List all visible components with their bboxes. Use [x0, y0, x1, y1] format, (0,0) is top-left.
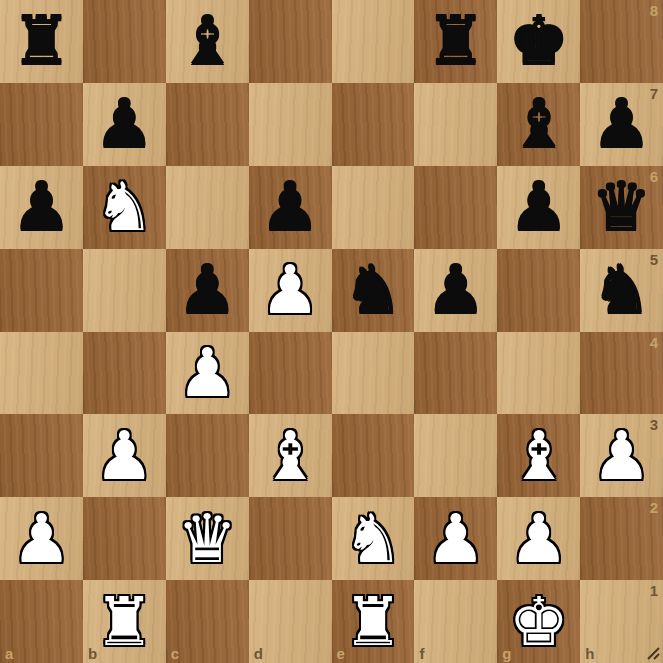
- piece-white-pawn[interactable]: ♟: [94, 416, 154, 496]
- square-h8[interactable]: 8: [580, 0, 663, 83]
- piece-black-rook[interactable]: ♜: [426, 1, 486, 81]
- square-b4[interactable]: [83, 332, 166, 415]
- square-c8[interactable]: ♝: [166, 0, 249, 83]
- square-a4[interactable]: [0, 332, 83, 415]
- square-a3[interactable]: [0, 414, 83, 497]
- square-f7[interactable]: [414, 83, 497, 166]
- square-b5[interactable]: [83, 249, 166, 332]
- square-b3[interactable]: ♟: [83, 414, 166, 497]
- square-d6[interactable]: ♟: [249, 166, 332, 249]
- piece-black-pawn[interactable]: ♟: [260, 167, 320, 247]
- square-g2[interactable]: ♟: [497, 497, 580, 580]
- piece-white-bishop[interactable]: ♝: [260, 416, 320, 496]
- piece-white-pawn[interactable]: ♟: [592, 416, 652, 496]
- square-h7[interactable]: ♟7: [580, 83, 663, 166]
- square-b2[interactable]: [83, 497, 166, 580]
- square-c4[interactable]: ♟: [166, 332, 249, 415]
- square-e7[interactable]: [332, 83, 415, 166]
- resize-handle-icon[interactable]: [645, 645, 661, 661]
- chess-board: ♜♝♜♚8♟♝♟7♟♞♟♟♛6♟♟♞♟♞5♟4♟♝♝♟3♟♛♞♟♟2a♜bcd♜…: [0, 0, 663, 663]
- square-d4[interactable]: [249, 332, 332, 415]
- square-g5[interactable]: [497, 249, 580, 332]
- square-f6[interactable]: [414, 166, 497, 249]
- piece-black-knight[interactable]: ♞: [592, 250, 652, 330]
- square-a2[interactable]: ♟: [0, 497, 83, 580]
- square-c5[interactable]: ♟: [166, 249, 249, 332]
- piece-black-queen[interactable]: ♛: [592, 167, 652, 247]
- square-a1[interactable]: a: [0, 580, 83, 663]
- square-g6[interactable]: ♟: [497, 166, 580, 249]
- piece-black-king[interactable]: ♚: [509, 1, 569, 81]
- square-c3[interactable]: [166, 414, 249, 497]
- piece-white-rook[interactable]: ♜: [94, 582, 154, 662]
- square-a5[interactable]: [0, 249, 83, 332]
- file-label-a: a: [5, 645, 13, 662]
- piece-white-pawn[interactable]: ♟: [260, 250, 320, 330]
- square-b8[interactable]: [83, 0, 166, 83]
- file-label-h: h: [585, 645, 594, 662]
- rank-label-1: 1: [650, 582, 658, 599]
- rank-label-8: 8: [650, 2, 658, 19]
- rank-label-2: 2: [650, 499, 658, 516]
- piece-black-pawn[interactable]: ♟: [426, 250, 486, 330]
- square-b7[interactable]: ♟: [83, 83, 166, 166]
- square-g3[interactable]: ♝: [497, 414, 580, 497]
- square-e4[interactable]: [332, 332, 415, 415]
- square-d2[interactable]: [249, 497, 332, 580]
- square-d1[interactable]: d: [249, 580, 332, 663]
- square-h6[interactable]: ♛6: [580, 166, 663, 249]
- piece-black-pawn[interactable]: ♟: [509, 167, 569, 247]
- square-f5[interactable]: ♟: [414, 249, 497, 332]
- square-g8[interactable]: ♚: [497, 0, 580, 83]
- square-d5[interactable]: ♟: [249, 249, 332, 332]
- piece-black-pawn[interactable]: ♟: [177, 250, 237, 330]
- square-h3[interactable]: ♟3: [580, 414, 663, 497]
- piece-white-bishop[interactable]: ♝: [509, 416, 569, 496]
- piece-black-bishop[interactable]: ♝: [177, 1, 237, 81]
- square-f8[interactable]: ♜: [414, 0, 497, 83]
- square-a8[interactable]: ♜: [0, 0, 83, 83]
- rank-label-4: 4: [650, 334, 658, 351]
- square-b6[interactable]: ♞: [83, 166, 166, 249]
- square-f1[interactable]: f: [414, 580, 497, 663]
- square-c2[interactable]: ♛: [166, 497, 249, 580]
- file-label-d: d: [254, 645, 263, 662]
- square-d7[interactable]: [249, 83, 332, 166]
- square-h5[interactable]: ♞5: [580, 249, 663, 332]
- square-h4[interactable]: 4: [580, 332, 663, 415]
- square-g4[interactable]: [497, 332, 580, 415]
- piece-white-rook[interactable]: ♜: [343, 582, 403, 662]
- square-e6[interactable]: [332, 166, 415, 249]
- square-g1[interactable]: ♚g: [497, 580, 580, 663]
- piece-white-knight[interactable]: ♞: [343, 499, 403, 579]
- square-f4[interactable]: [414, 332, 497, 415]
- square-d3[interactable]: ♝: [249, 414, 332, 497]
- square-a6[interactable]: ♟: [0, 166, 83, 249]
- piece-white-pawn[interactable]: ♟: [426, 499, 486, 579]
- piece-black-pawn[interactable]: ♟: [94, 84, 154, 164]
- square-e8[interactable]: [332, 0, 415, 83]
- square-a7[interactable]: [0, 83, 83, 166]
- square-g7[interactable]: ♝: [497, 83, 580, 166]
- piece-black-rook[interactable]: ♜: [11, 1, 71, 81]
- square-c1[interactable]: c: [166, 580, 249, 663]
- square-c6[interactable]: [166, 166, 249, 249]
- piece-white-pawn[interactable]: ♟: [11, 499, 71, 579]
- piece-black-bishop[interactable]: ♝: [509, 84, 569, 164]
- piece-black-knight[interactable]: ♞: [343, 250, 403, 330]
- file-label-f: f: [419, 645, 424, 662]
- piece-white-pawn[interactable]: ♟: [177, 333, 237, 413]
- piece-white-queen[interactable]: ♛: [177, 499, 237, 579]
- piece-white-king[interactable]: ♚: [509, 582, 569, 662]
- piece-black-pawn[interactable]: ♟: [11, 167, 71, 247]
- file-label-c: c: [171, 645, 179, 662]
- piece-white-pawn[interactable]: ♟: [509, 499, 569, 579]
- piece-white-knight[interactable]: ♞: [94, 167, 154, 247]
- square-d8[interactable]: [249, 0, 332, 83]
- piece-black-pawn[interactable]: ♟: [592, 84, 652, 164]
- square-e3[interactable]: [332, 414, 415, 497]
- square-e2[interactable]: ♞: [332, 497, 415, 580]
- square-f2[interactable]: ♟: [414, 497, 497, 580]
- square-h2[interactable]: 2: [580, 497, 663, 580]
- square-e5[interactable]: ♞: [332, 249, 415, 332]
- square-f3[interactable]: [414, 414, 497, 497]
- square-c7[interactable]: [166, 83, 249, 166]
- square-e1[interactable]: ♜e: [332, 580, 415, 663]
- square-b1[interactable]: ♜b: [83, 580, 166, 663]
